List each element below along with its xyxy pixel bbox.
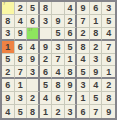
cell-r6c7[interactable]: 5	[77, 66, 90, 79]
cell-digit: 4	[93, 80, 98, 90]
cell-r2c9[interactable]: 5	[102, 15, 115, 28]
cell-digit: 2	[43, 54, 48, 64]
cell-digit: 2	[55, 107, 60, 117]
cell-digit: 9	[18, 28, 23, 38]
cell-digit: 8	[5, 16, 10, 26]
cell-digit: 1	[68, 54, 73, 64]
cell-digit: 5	[18, 107, 23, 117]
cell-r2c2[interactable]: 4	[15, 15, 28, 28]
cell-r3c3[interactable]: 17	[27, 28, 40, 41]
cell-digit: 9	[81, 3, 86, 13]
cell-digit: 1	[5, 42, 10, 52]
cell-digit: 7	[93, 107, 98, 117]
cell-digit: 4	[18, 16, 23, 26]
cell-r6c1[interactable]: 2	[2, 66, 15, 79]
cell-r8c2[interactable]: 3	[15, 92, 28, 105]
cell-digit: 5	[93, 93, 98, 103]
cell-r5c1[interactable]: 5	[2, 54, 15, 67]
cell-r5c2[interactable]: 8	[15, 54, 28, 67]
cell-r2c7[interactable]: 7	[77, 15, 90, 28]
cell-digit: 4	[55, 67, 60, 77]
cell-r4c8[interactable]: 2	[90, 41, 103, 54]
cell-r1c2[interactable]: 2	[15, 2, 28, 15]
cell-digit: 2	[68, 16, 73, 26]
cell-digit: 8	[18, 54, 23, 64]
cell-r8c5[interactable]: 6	[52, 92, 65, 105]
cell-r9c8[interactable]: 7	[90, 105, 103, 118]
cell-digit: 1	[81, 93, 86, 103]
cell-r3c2[interactable]: 9	[15, 28, 28, 41]
cell-digit: 5	[106, 16, 111, 26]
cell-r2c6[interactable]: 2	[65, 15, 78, 28]
cell-digit: 8	[81, 42, 86, 52]
cell-r4c1[interactable]: 1	[2, 41, 15, 54]
cell-r6c5[interactable]: 4	[52, 66, 65, 79]
cell-digit: 4	[81, 54, 86, 64]
cell-r4c3[interactable]: 4	[27, 41, 40, 54]
cell-r8c7[interactable]: 1	[77, 92, 90, 105]
cell-digit: 4	[43, 93, 48, 103]
cell-r6c9[interactable]: 1	[102, 66, 115, 79]
cell-r3c9[interactable]: 4	[102, 28, 115, 41]
cell-r4c7[interactable]: 8	[77, 41, 90, 54]
cell-r7c5[interactable]: 8	[52, 79, 65, 92]
cell-r7c7[interactable]: 3	[77, 79, 90, 92]
cell-r6c3[interactable]: 3	[27, 66, 40, 79]
cell-r7c8[interactable]: 4	[90, 79, 103, 92]
cell-r7c2[interactable]: 1	[15, 79, 28, 92]
cell-r4c9[interactable]: 7	[102, 41, 115, 54]
cell-digit: 8	[106, 93, 111, 103]
cell-digit: 8	[55, 80, 60, 90]
cell-r8c3[interactable]: 2	[27, 92, 40, 105]
cell-digit: 5	[55, 28, 60, 38]
cell-digit: 3	[5, 28, 10, 38]
cell-digit: 5	[68, 42, 73, 52]
cell-digit: 2	[81, 28, 86, 38]
cell-r5c5[interactable]: 7	[52, 54, 65, 67]
cell-r5c9[interactable]: 6	[102, 54, 115, 67]
cell-digit: 8	[93, 28, 98, 38]
cell-digit: 3	[81, 80, 86, 90]
cell-r9c6[interactable]: 3	[65, 105, 78, 118]
cell-digit: 6	[5, 80, 10, 90]
cell-digit: 9	[5, 93, 10, 103]
cell-r6c2[interactable]: 7	[15, 66, 28, 79]
pencil-marks: 17	[28, 28, 32, 32]
cell-r9c2[interactable]: 5	[15, 105, 28, 118]
cell-r1c1[interactable]: 7	[2, 2, 15, 15]
cell-r9c5[interactable]: 2	[52, 105, 65, 118]
cell-r5c8[interactable]: 3	[90, 54, 103, 67]
cell-r8c4[interactable]: 4	[40, 92, 53, 105]
cell-r3c5[interactable]: 5	[52, 28, 65, 41]
cell-r1c6[interactable]: 4	[65, 2, 78, 15]
cell-digit: 6	[43, 67, 48, 77]
cell-r7c3[interactable]	[27, 79, 40, 92]
cell-r6c4[interactable]: 6	[40, 66, 53, 79]
cell-r1c4[interactable]: 8	[40, 2, 53, 15]
cell-digit: 2	[93, 42, 98, 52]
cell-digit: 2	[5, 67, 10, 77]
cell-digit: 1	[106, 67, 111, 77]
cell-r3c7[interactable]: 2	[77, 28, 90, 41]
cell-r9c4[interactable]: 1	[40, 105, 53, 118]
cell-r7c6[interactable]: 9	[65, 79, 78, 92]
cell-r6c8[interactable]: 9	[90, 66, 103, 79]
cell-r1c8[interactable]: 6	[90, 2, 103, 15]
cell-r2c4[interactable]: 3	[40, 15, 53, 28]
cell-digit: 2	[18, 3, 23, 13]
cell-r8c6[interactable]: 7	[65, 92, 78, 105]
cell-r3c6[interactable]: 6	[65, 28, 78, 41]
cell-r7c9[interactable]: 2	[102, 79, 115, 92]
cell-r2c8[interactable]: 1	[90, 15, 103, 28]
cell-digit: 3	[18, 93, 23, 103]
cell-r8c1[interactable]: 9	[2, 92, 15, 105]
pencil-marks: 7	[3, 2, 5, 6]
cell-r9c7[interactable]: 6	[77, 105, 90, 118]
cell-r7c4[interactable]: 5	[40, 79, 53, 92]
cell-r8c8[interactable]: 5	[90, 92, 103, 105]
cell-digit: 1	[43, 107, 48, 117]
cell-r9c3[interactable]: 8	[27, 105, 40, 118]
cell-digit: 8	[43, 3, 48, 13]
cell-digit: 7	[55, 54, 60, 64]
cell-r3c8[interactable]: 8	[90, 28, 103, 41]
cell-digit: 9	[30, 54, 35, 64]
cell-r8c9[interactable]: 8	[102, 92, 115, 105]
cell-r5c4[interactable]: 2	[40, 54, 53, 67]
cell-digit: 9	[55, 16, 60, 26]
cell-digit: 1	[18, 80, 23, 90]
cell-r1c9[interactable]: 3	[102, 2, 115, 15]
cell-r2c1[interactable]: 8	[2, 15, 15, 28]
cell-r2c5[interactable]: 9	[52, 15, 65, 28]
cell-digit: 3	[55, 42, 60, 52]
cell-r4c5[interactable]: 3	[52, 41, 65, 54]
cell-r4c6[interactable]: 5	[65, 41, 78, 54]
cell-digit: 2	[30, 93, 35, 103]
cell-digit: 3	[43, 16, 48, 26]
cell-r5c6[interactable]: 1	[65, 54, 78, 67]
cell-digit: 3	[30, 67, 35, 77]
cell-digit: 4	[106, 28, 111, 38]
cell-digit: 9	[106, 107, 111, 117]
cell-digit: 7	[18, 67, 23, 77]
cell-digit: 6	[106, 54, 111, 64]
cell-r1c5[interactable]	[52, 2, 65, 15]
cell-r5c3[interactable]: 9	[27, 54, 40, 67]
cell-r1c3[interactable]: 5	[27, 2, 40, 15]
cell-digit: 8	[30, 107, 35, 117]
cell-r9c9[interactable]: 9	[102, 105, 115, 118]
cell-digit: 7	[68, 93, 73, 103]
cell-digit: 5	[43, 80, 48, 90]
cell-digit: 3	[93, 54, 98, 64]
cell-digit: 6	[68, 28, 73, 38]
cell-r2c3[interactable]: 6	[27, 15, 40, 28]
cell-digit: 6	[30, 16, 35, 26]
cell-digit: 6	[55, 93, 60, 103]
cell-digit: 2	[106, 80, 111, 90]
cell-digit: 4	[30, 42, 35, 52]
cell-r4c2[interactable]: 6	[15, 41, 28, 54]
cell-digit: 9	[93, 67, 98, 77]
cell-digit: 9	[43, 42, 48, 52]
sudoku-board: 7258496384639271539175628416493582758927…	[0, 0, 117, 120]
cell-digit: 3	[106, 3, 111, 13]
cell-digit: 5	[81, 67, 86, 77]
cell-r3c4[interactable]	[40, 28, 53, 41]
cell-r6c6[interactable]: 8	[65, 66, 78, 79]
cell-r3c1[interactable]: 3	[2, 28, 15, 41]
cell-r9c1[interactable]: 4	[2, 105, 15, 118]
cell-digit: 6	[18, 42, 23, 52]
cell-digit: 1	[93, 16, 98, 26]
cell-digit: 7	[106, 42, 111, 52]
cell-digit: 8	[68, 67, 73, 77]
cell-digit: 9	[68, 80, 73, 90]
cell-r7c1[interactable]: 6	[2, 79, 15, 92]
cell-digit: 6	[93, 3, 98, 13]
cell-r4c4[interactable]: 9	[40, 41, 53, 54]
cell-digit: 6	[81, 107, 86, 117]
cell-digit: 4	[68, 3, 73, 13]
cell-digit: 5	[30, 3, 35, 13]
cell-digit: 7	[81, 16, 86, 26]
cell-digit: 5	[5, 54, 10, 64]
cell-digit: 3	[68, 107, 73, 117]
cell-r5c7[interactable]: 4	[77, 54, 90, 67]
cell-r1c7[interactable]: 9	[77, 2, 90, 15]
cell-digit: 4	[5, 107, 10, 117]
